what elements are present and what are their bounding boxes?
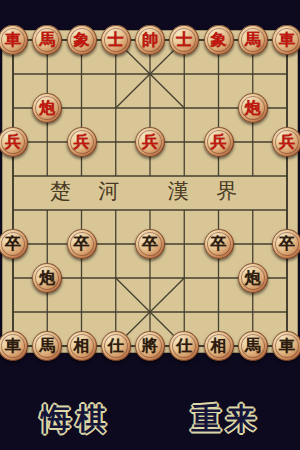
piece-face: 馬: [241, 28, 265, 52]
piece-red-elephant[interactable]: 象: [204, 25, 234, 55]
piece-red-soldier[interactable]: 兵: [272, 127, 300, 157]
piece-glyph: 將: [142, 338, 158, 354]
piece-black-horse[interactable]: 馬: [238, 331, 268, 361]
piece-glyph: 炮: [245, 100, 261, 116]
piece-face: 馬: [35, 28, 59, 52]
piece-black-general[interactable]: 將: [135, 331, 165, 361]
piece-black-soldier[interactable]: 卒: [67, 229, 97, 259]
piece-face: 炮: [35, 96, 59, 120]
piece-face: 炮: [241, 266, 265, 290]
undo-button[interactable]: 悔棋: [41, 404, 111, 434]
piece-face: 兵: [70, 130, 94, 154]
piece-face: 車: [275, 334, 299, 358]
piece-glyph: 相: [211, 338, 227, 354]
piece-glyph: 象: [74, 32, 90, 48]
xiangqi-board[interactable]: 楚 河 漢 界: [2, 30, 298, 353]
piece-red-advisor[interactable]: 士: [101, 25, 131, 55]
piece-black-soldier[interactable]: 卒: [135, 229, 165, 259]
piece-face: 卒: [275, 232, 299, 256]
piece-face: 兵: [207, 130, 231, 154]
piece-glyph: 仕: [108, 338, 124, 354]
piece-red-soldier[interactable]: 兵: [204, 127, 234, 157]
piece-glyph: 兵: [279, 134, 295, 150]
piece-glyph: 馬: [245, 338, 261, 354]
piece-glyph: 馬: [39, 338, 55, 354]
piece-red-horse[interactable]: 馬: [238, 25, 268, 55]
piece-glyph: 卒: [74, 236, 90, 252]
piece-face: 馬: [35, 334, 59, 358]
piece-face: 相: [70, 334, 94, 358]
piece-red-general[interactable]: 帥: [135, 25, 165, 55]
piece-glyph: 兵: [74, 134, 90, 150]
piece-face: 炮: [35, 266, 59, 290]
piece-red-chariot[interactable]: 車: [272, 25, 300, 55]
piece-face: 仕: [172, 334, 196, 358]
board-grid: [2, 30, 298, 357]
piece-glyph: 卒: [142, 236, 158, 252]
piece-glyph: 象: [211, 32, 227, 48]
piece-glyph: 兵: [5, 134, 21, 150]
piece-glyph: 馬: [39, 32, 55, 48]
piece-glyph: 兵: [211, 134, 227, 150]
piece-face: 仕: [104, 334, 128, 358]
piece-face: 象: [207, 28, 231, 52]
river-label-han-jie: 漢 界: [168, 177, 248, 205]
piece-face: 卒: [138, 232, 162, 256]
piece-black-soldier[interactable]: 卒: [272, 229, 300, 259]
piece-glyph: 兵: [142, 134, 158, 150]
xiangqi-app: 楚 河 漢 界 車馬象士帥士象馬車炮炮兵兵兵兵兵卒卒卒卒卒炮炮車馬相仕將仕相馬車…: [0, 0, 300, 450]
piece-face: 士: [104, 28, 128, 52]
piece-black-advisor[interactable]: 仕: [101, 331, 131, 361]
piece-face: 馬: [241, 334, 265, 358]
piece-black-elephant[interactable]: 相: [67, 331, 97, 361]
piece-face: 兵: [138, 130, 162, 154]
piece-face: 卒: [70, 232, 94, 256]
piece-glyph: 帥: [142, 32, 158, 48]
piece-face: 車: [1, 28, 25, 52]
piece-black-cannon[interactable]: 炮: [238, 263, 268, 293]
piece-glyph: 車: [5, 32, 21, 48]
piece-glyph: 卒: [211, 236, 227, 252]
piece-face: 士: [172, 28, 196, 52]
piece-face: 炮: [241, 96, 265, 120]
piece-glyph: 馬: [245, 32, 261, 48]
piece-glyph: 炮: [245, 270, 261, 286]
piece-red-soldier[interactable]: 兵: [67, 127, 97, 157]
piece-glyph: 相: [74, 338, 90, 354]
piece-face: 卒: [1, 232, 25, 256]
piece-glyph: 炮: [39, 270, 55, 286]
piece-black-elephant[interactable]: 相: [204, 331, 234, 361]
piece-glyph: 炮: [39, 100, 55, 116]
piece-glyph: 仕: [176, 338, 192, 354]
piece-red-elephant[interactable]: 象: [67, 25, 97, 55]
restart-button[interactable]: 重来: [191, 404, 261, 434]
piece-face: 兵: [275, 130, 299, 154]
river-label-chu-he: 楚 河: [50, 177, 130, 205]
piece-glyph: 車: [279, 32, 295, 48]
piece-glyph: 卒: [5, 236, 21, 252]
piece-face: 將: [138, 334, 162, 358]
piece-face: 車: [275, 28, 299, 52]
piece-black-soldier[interactable]: 卒: [204, 229, 234, 259]
piece-glyph: 士: [108, 32, 124, 48]
piece-glyph: 車: [279, 338, 295, 354]
piece-glyph: 卒: [279, 236, 295, 252]
piece-face: 相: [207, 334, 231, 358]
piece-red-cannon[interactable]: 炮: [238, 93, 268, 123]
piece-face: 帥: [138, 28, 162, 52]
piece-face: 兵: [1, 130, 25, 154]
piece-glyph: 車: [5, 338, 21, 354]
piece-face: 卒: [207, 232, 231, 256]
piece-red-soldier[interactable]: 兵: [135, 127, 165, 157]
piece-face: 象: [70, 28, 94, 52]
piece-black-chariot[interactable]: 車: [272, 331, 300, 361]
piece-glyph: 士: [176, 32, 192, 48]
piece-face: 車: [1, 334, 25, 358]
